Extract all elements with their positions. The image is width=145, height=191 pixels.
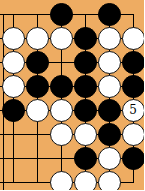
stones-grid: 5 — [1, 2, 144, 190]
point-r3-c3[interactable] — [49, 50, 73, 74]
point-r6-c4[interactable] — [73, 122, 97, 146]
black-stone — [122, 75, 145, 98]
point-r5-c4[interactable] — [73, 98, 97, 122]
point-r8-c5[interactable] — [97, 170, 121, 190]
point-r2-c3[interactable] — [49, 26, 73, 50]
move-number-label: 5 — [129, 104, 137, 116]
point-r2-c6[interactable] — [121, 26, 144, 50]
point-r6-c3[interactable] — [49, 122, 73, 146]
point-r7-c2[interactable] — [25, 146, 49, 170]
white-stone — [50, 123, 73, 146]
white-stone — [122, 27, 145, 50]
black-stone — [122, 51, 145, 74]
point-r4-c2[interactable] — [25, 74, 49, 98]
point-r3-c4[interactable] — [73, 50, 97, 74]
point-r8-c3[interactable] — [49, 170, 73, 190]
point-r2-c4[interactable] — [73, 26, 97, 50]
black-stone — [98, 123, 121, 146]
white-stone — [50, 99, 73, 122]
point-r4-c3[interactable] — [49, 74, 73, 98]
point-r6-c1[interactable] — [1, 122, 25, 146]
white-stone: 5 — [122, 99, 145, 122]
white-stone — [50, 27, 73, 50]
point-r1-c2[interactable] — [25, 2, 49, 26]
point-r7-c1[interactable] — [1, 146, 25, 170]
point-r7-c6[interactable] — [121, 146, 144, 170]
black-stone — [98, 99, 121, 122]
point-r2-c2[interactable] — [25, 26, 49, 50]
black-stone — [2, 99, 25, 122]
white-stone — [98, 27, 121, 50]
white-stone — [2, 51, 25, 74]
black-stone — [26, 75, 49, 98]
point-r4-c1[interactable] — [1, 74, 25, 98]
point-r1-c3[interactable] — [49, 2, 73, 26]
point-r7-c4[interactable] — [73, 146, 97, 170]
point-r5-c2[interactable] — [25, 98, 49, 122]
point-r1-c6[interactable] — [121, 2, 144, 26]
white-stone — [98, 147, 121, 170]
white-stone — [26, 27, 49, 50]
point-r8-c1[interactable] — [1, 170, 25, 190]
go-board: 5 — [0, 0, 144, 190]
black-stone — [74, 27, 97, 50]
point-r6-c2[interactable] — [25, 122, 49, 146]
white-stone — [74, 123, 97, 146]
black-stone — [74, 147, 97, 170]
point-r7-c3[interactable] — [49, 146, 73, 170]
point-r2-c1[interactable] — [1, 26, 25, 50]
white-stone — [74, 171, 97, 191]
point-r5-c6[interactable]: 5 — [121, 98, 144, 122]
point-r8-c2[interactable] — [25, 170, 49, 190]
white-stone — [98, 171, 121, 191]
point-r3-c5[interactable] — [97, 50, 121, 74]
point-r5-c1[interactable] — [1, 98, 25, 122]
white-stone — [98, 75, 121, 98]
point-r6-c6[interactable] — [121, 122, 144, 146]
point-r3-c1[interactable] — [1, 50, 25, 74]
white-stone — [2, 75, 25, 98]
point-r2-c5[interactable] — [97, 26, 121, 50]
black-stone — [98, 3, 121, 26]
black-stone — [50, 3, 73, 26]
point-r5-c3[interactable] — [49, 98, 73, 122]
black-stone — [122, 147, 145, 170]
white-stone — [2, 27, 25, 50]
white-stone — [26, 99, 49, 122]
point-r4-c4[interactable] — [73, 74, 97, 98]
point-r5-c5[interactable] — [97, 98, 121, 122]
point-r8-c6[interactable] — [121, 170, 144, 190]
point-r1-c4[interactable] — [73, 2, 97, 26]
point-r1-c5[interactable] — [97, 2, 121, 26]
point-r3-c6[interactable] — [121, 50, 144, 74]
point-r3-c2[interactable] — [25, 50, 49, 74]
black-stone — [50, 75, 73, 98]
white-stone — [122, 123, 145, 146]
point-r8-c4[interactable] — [73, 170, 97, 190]
point-r1-c1[interactable] — [1, 2, 25, 26]
black-stone — [74, 75, 97, 98]
point-r4-c6[interactable] — [121, 74, 144, 98]
point-r7-c5[interactable] — [97, 146, 121, 170]
point-r4-c5[interactable] — [97, 74, 121, 98]
point-r6-c5[interactable] — [97, 122, 121, 146]
black-stone — [74, 51, 97, 74]
white-stone — [98, 51, 121, 74]
black-stone — [74, 99, 97, 122]
black-stone — [26, 51, 49, 74]
white-stone — [50, 171, 73, 191]
